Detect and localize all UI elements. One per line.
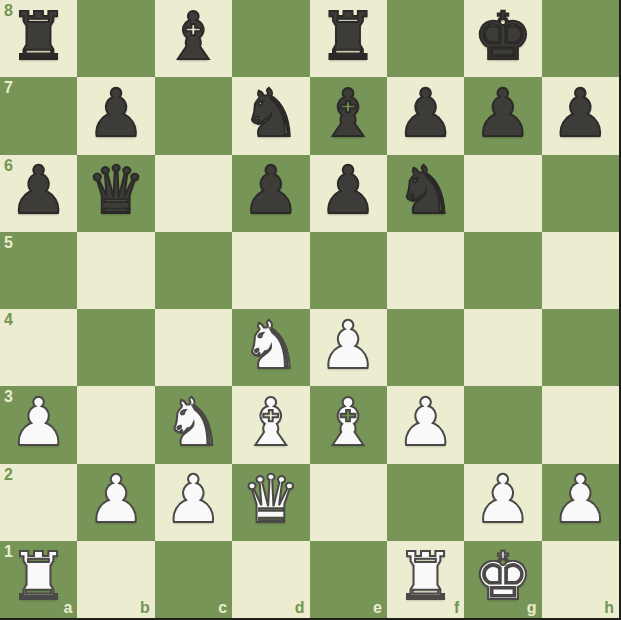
white-pawn[interactable]: ♟: [551, 467, 610, 533]
square-b7[interactable]: ♟: [77, 77, 154, 154]
white-pawn[interactable]: ♟: [164, 467, 223, 533]
square-d7[interactable]: ♞: [232, 77, 309, 154]
white-knight[interactable]: ♞: [241, 313, 300, 379]
black-rook[interactable]: ♜: [9, 4, 68, 70]
square-f6[interactable]: ♞: [387, 155, 464, 232]
square-e8[interactable]: ♜: [310, 0, 387, 77]
black-rook[interactable]: ♜: [319, 4, 378, 70]
file-label-c: c: [218, 600, 227, 616]
black-pawn[interactable]: ♟: [241, 158, 300, 224]
square-d3[interactable]: ♝: [232, 386, 309, 463]
square-d5[interactable]: [232, 232, 309, 309]
square-c1[interactable]: c: [155, 541, 232, 618]
black-king[interactable]: ♚: [473, 4, 532, 70]
white-pawn[interactable]: ♟: [396, 390, 455, 456]
square-b3[interactable]: [77, 386, 154, 463]
square-f8[interactable]: [387, 0, 464, 77]
square-d2[interactable]: ♛: [232, 464, 309, 541]
square-d8[interactable]: [232, 0, 309, 77]
black-bishop[interactable]: ♝: [319, 81, 378, 147]
rank-label-4: 4: [4, 312, 13, 328]
square-a4[interactable]: 4: [0, 309, 77, 386]
square-g5[interactable]: [464, 232, 541, 309]
square-c5[interactable]: [155, 232, 232, 309]
white-pawn[interactable]: ♟: [9, 390, 68, 456]
square-g8[interactable]: ♚: [464, 0, 541, 77]
square-a6[interactable]: 6♟: [0, 155, 77, 232]
square-a3[interactable]: 3♟: [0, 386, 77, 463]
black-pawn[interactable]: ♟: [551, 81, 610, 147]
square-b1[interactable]: b: [77, 541, 154, 618]
white-pawn[interactable]: ♟: [473, 467, 532, 533]
square-d1[interactable]: d: [232, 541, 309, 618]
file-label-d: d: [295, 600, 305, 616]
rank-label-7: 7: [4, 80, 13, 96]
black-knight[interactable]: ♞: [241, 81, 300, 147]
square-g2[interactable]: ♟: [464, 464, 541, 541]
square-h1[interactable]: h: [542, 541, 619, 618]
white-queen[interactable]: ♛: [241, 467, 300, 533]
square-b8[interactable]: [77, 0, 154, 77]
file-label-b: b: [140, 600, 150, 616]
square-d6[interactable]: ♟: [232, 155, 309, 232]
square-g7[interactable]: ♟: [464, 77, 541, 154]
square-h8[interactable]: [542, 0, 619, 77]
square-e4[interactable]: ♟: [310, 309, 387, 386]
white-pawn[interactable]: ♟: [319, 313, 378, 379]
square-g1[interactable]: g♚: [464, 541, 541, 618]
black-pawn[interactable]: ♟: [319, 158, 378, 224]
square-h3[interactable]: [542, 386, 619, 463]
black-bishop[interactable]: ♝: [164, 4, 223, 70]
rank-label-5: 5: [4, 235, 13, 251]
square-g3[interactable]: [464, 386, 541, 463]
square-f7[interactable]: ♟: [387, 77, 464, 154]
square-h6[interactable]: [542, 155, 619, 232]
square-f2[interactable]: [387, 464, 464, 541]
rank-label-2: 2: [4, 467, 13, 483]
square-e7[interactable]: ♝: [310, 77, 387, 154]
square-e5[interactable]: [310, 232, 387, 309]
square-b6[interactable]: ♛: [77, 155, 154, 232]
white-bishop[interactable]: ♝: [241, 390, 300, 456]
square-d4[interactable]: ♞: [232, 309, 309, 386]
square-c3[interactable]: ♞: [155, 386, 232, 463]
square-h7[interactable]: ♟: [542, 77, 619, 154]
square-g4[interactable]: [464, 309, 541, 386]
white-rook[interactable]: ♜: [9, 544, 68, 610]
square-b2[interactable]: ♟: [77, 464, 154, 541]
square-f4[interactable]: [387, 309, 464, 386]
file-label-e: e: [373, 600, 382, 616]
square-c7[interactable]: [155, 77, 232, 154]
square-a7[interactable]: 7: [0, 77, 77, 154]
square-a2[interactable]: 2: [0, 464, 77, 541]
file-label-h: h: [604, 600, 614, 616]
square-f1[interactable]: f♜: [387, 541, 464, 618]
white-pawn[interactable]: ♟: [86, 467, 145, 533]
square-c6[interactable]: [155, 155, 232, 232]
square-c8[interactable]: ♝: [155, 0, 232, 77]
chess-board: 8♜♝♜♚7♟♞♝♟♟♟6♟♛♟♟♞54♞♟3♟♞♝♝♟2♟♟♛♟♟1a♜bcd…: [0, 0, 619, 618]
square-f5[interactable]: [387, 232, 464, 309]
square-e2[interactable]: [310, 464, 387, 541]
black-pawn[interactable]: ♟: [396, 81, 455, 147]
square-c2[interactable]: ♟: [155, 464, 232, 541]
square-e1[interactable]: e: [310, 541, 387, 618]
black-pawn[interactable]: ♟: [86, 81, 145, 147]
square-e6[interactable]: ♟: [310, 155, 387, 232]
square-b5[interactable]: [77, 232, 154, 309]
square-f3[interactable]: ♟: [387, 386, 464, 463]
square-a5[interactable]: 5: [0, 232, 77, 309]
black-knight[interactable]: ♞: [396, 158, 455, 224]
square-c4[interactable]: [155, 309, 232, 386]
square-h2[interactable]: ♟: [542, 464, 619, 541]
white-rook[interactable]: ♜: [396, 544, 455, 610]
white-knight[interactable]: ♞: [164, 390, 223, 456]
square-a8[interactable]: 8♜: [0, 0, 77, 77]
square-a1[interactable]: 1a♜: [0, 541, 77, 618]
square-h4[interactable]: [542, 309, 619, 386]
square-g6[interactable]: [464, 155, 541, 232]
black-queen[interactable]: ♛: [86, 158, 145, 224]
square-h5[interactable]: [542, 232, 619, 309]
square-e3[interactable]: ♝: [310, 386, 387, 463]
white-king[interactable]: ♚: [473, 544, 532, 610]
white-bishop[interactable]: ♝: [319, 390, 378, 456]
black-pawn[interactable]: ♟: [473, 81, 532, 147]
square-b4[interactable]: [77, 309, 154, 386]
black-pawn[interactable]: ♟: [9, 158, 68, 224]
